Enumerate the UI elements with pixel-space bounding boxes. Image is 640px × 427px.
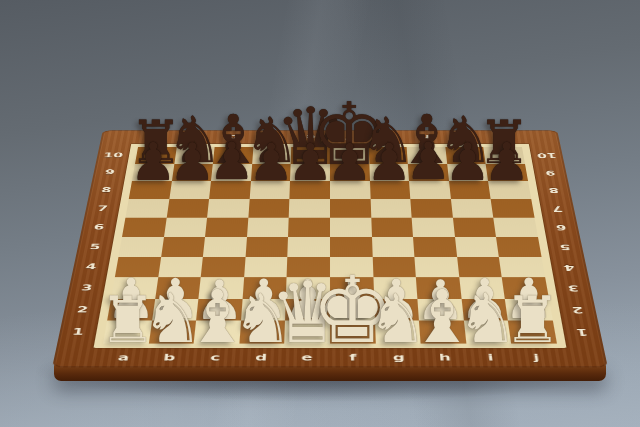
piece-white-rook-j1[interactable]: ♜: [504, 288, 562, 352]
pieces-layer: ♜♞♝♞♛♚♞♝♞♜♟♟♟♟♟♟♟♟♟♟♟♟♟♟♟♟♟♟♟♟♜♞♝♞♛♚♞♝♞♜: [0, 0, 640, 427]
photo-backdrop: abcdefghij abcdefghij 10987654321 109876…: [0, 0, 640, 427]
piece-black-pawn-j9[interactable]: ♟: [483, 136, 530, 188]
